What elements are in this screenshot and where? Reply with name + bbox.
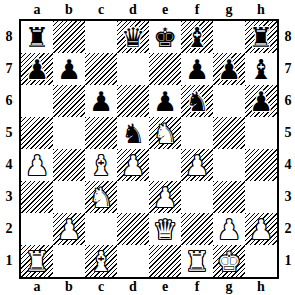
black-queen-piece: ♛ [117, 21, 149, 53]
white-bishop-piece: ♝ [85, 149, 117, 181]
black-pawn-piece: ♟ [245, 85, 277, 117]
white-rook-piece: ♜ [21, 245, 53, 277]
square-a6[interactable] [21, 85, 53, 117]
white-knight-piece: ♞ [149, 117, 181, 149]
rank-label-6: 6 [1, 85, 17, 117]
square-f7[interactable]: ♟ [181, 53, 213, 85]
square-c5[interactable] [85, 117, 117, 149]
square-h6[interactable]: ♟ [245, 85, 277, 117]
black-king-piece: ♚ [149, 21, 181, 53]
square-c8[interactable] [85, 21, 117, 53]
square-c2[interactable] [85, 213, 117, 245]
square-a5[interactable] [21, 117, 53, 149]
square-b8[interactable] [53, 21, 85, 53]
square-d8[interactable]: ♛ [117, 21, 149, 53]
square-c7[interactable] [85, 53, 117, 85]
white-bishop-piece: ♝ [85, 245, 117, 277]
square-d3[interactable] [117, 181, 149, 213]
file-label-d: d [117, 1, 149, 18]
white-queen-piece: ♛ [149, 213, 181, 245]
file-labels-top: abcdefgh [21, 1, 277, 18]
square-g3[interactable] [213, 181, 245, 213]
square-a7[interactable]: ♟ [21, 53, 53, 85]
white-pawn-piece: ♟ [149, 181, 181, 213]
rank-label-7: 7 [280, 53, 295, 85]
file-label-b: b [53, 1, 85, 18]
rank-label-6: 6 [280, 85, 295, 117]
rank-label-3: 3 [280, 181, 295, 213]
black-pawn-piece: ♟ [53, 53, 85, 85]
black-bishop-piece: ♝ [181, 21, 213, 53]
square-b7[interactable]: ♟ [53, 53, 85, 85]
black-rook-piece: ♜ [21, 21, 53, 53]
square-g4[interactable] [213, 149, 245, 181]
rank-label-7: 7 [1, 53, 17, 85]
file-label-d: d [117, 278, 149, 295]
white-pawn-piece: ♟ [21, 149, 53, 181]
square-a4[interactable]: ♟ [21, 149, 53, 181]
chess-board: ♜♛♚♝♜♟♟♟♟♝♟♟♞♟♞♞♟♝♟♟♞♟♟♛♟♟♜♝♜♚ [19, 19, 279, 279]
square-g7[interactable]: ♟ [213, 53, 245, 85]
rank-label-2: 2 [280, 213, 295, 245]
square-d6[interactable] [117, 85, 149, 117]
white-rook-piece: ♜ [181, 245, 213, 277]
black-rook-piece: ♜ [245, 21, 277, 53]
white-pawn-piece: ♟ [181, 149, 213, 181]
square-h4[interactable] [245, 149, 277, 181]
chess-diagram: abcdefgh 87654321 ♜♛♚♝♜♟♟♟♟♝♟♟♞♟♞♞♟♝♟♟♞♟… [0, 0, 295, 295]
square-f3[interactable] [181, 181, 213, 213]
file-label-h: h [245, 1, 277, 18]
white-knight-piece: ♞ [85, 181, 117, 213]
square-d2[interactable] [117, 213, 149, 245]
square-a1[interactable]: ♜ [21, 245, 53, 277]
square-h8[interactable]: ♜ [245, 21, 277, 53]
square-g5[interactable] [213, 117, 245, 149]
black-pawn-piece: ♟ [149, 85, 181, 117]
square-g2[interactable]: ♟ [213, 213, 245, 245]
file-label-e: e [149, 278, 181, 295]
square-e1[interactable] [149, 245, 181, 277]
square-b3[interactable] [53, 181, 85, 213]
file-label-g: g [213, 1, 245, 18]
black-knight-piece: ♞ [117, 117, 149, 149]
square-d4[interactable]: ♟ [117, 149, 149, 181]
square-f5[interactable] [181, 117, 213, 149]
square-d1[interactable] [117, 245, 149, 277]
square-h7[interactable]: ♝ [245, 53, 277, 85]
file-label-f: f [181, 278, 213, 295]
rank-label-8: 8 [280, 21, 295, 53]
square-f6[interactable]: ♞ [181, 85, 213, 117]
square-a8[interactable]: ♜ [21, 21, 53, 53]
square-h2[interactable]: ♟ [245, 213, 277, 245]
white-pawn-piece: ♟ [213, 213, 245, 245]
square-b5[interactable] [53, 117, 85, 149]
file-label-c: c [85, 278, 117, 295]
rank-label-4: 4 [280, 149, 295, 181]
square-e5[interactable]: ♞ [149, 117, 181, 149]
square-c4[interactable]: ♝ [85, 149, 117, 181]
square-f4[interactable]: ♟ [181, 149, 213, 181]
rank-label-2: 2 [1, 213, 17, 245]
square-d7[interactable] [117, 53, 149, 85]
rank-label-4: 4 [1, 149, 17, 181]
square-b2[interactable]: ♟ [53, 213, 85, 245]
square-c6[interactable]: ♟ [85, 85, 117, 117]
square-g1[interactable]: ♚ [213, 245, 245, 277]
file-label-a: a [21, 1, 53, 18]
file-labels-bottom: abcdefgh [21, 278, 277, 295]
square-e4[interactable] [149, 149, 181, 181]
rank-label-5: 5 [280, 117, 295, 149]
square-e8[interactable]: ♚ [149, 21, 181, 53]
black-pawn-piece: ♟ [85, 85, 117, 117]
file-label-c: c [85, 1, 117, 18]
square-h1[interactable] [245, 245, 277, 277]
square-f1[interactable]: ♜ [181, 245, 213, 277]
black-knight-piece: ♞ [181, 85, 213, 117]
rank-label-3: 3 [1, 181, 17, 213]
file-label-g: g [213, 278, 245, 295]
square-f8[interactable]: ♝ [181, 21, 213, 53]
file-label-h: h [245, 278, 277, 295]
square-e6[interactable]: ♟ [149, 85, 181, 117]
rank-label-8: 8 [1, 21, 17, 53]
file-label-a: a [21, 278, 53, 295]
file-label-e: e [149, 1, 181, 18]
white-king-piece: ♚ [213, 245, 245, 277]
square-b4[interactable] [53, 149, 85, 181]
square-e2[interactable]: ♛ [149, 213, 181, 245]
square-d5[interactable]: ♞ [117, 117, 149, 149]
square-a3[interactable] [21, 181, 53, 213]
rank-label-5: 5 [1, 117, 17, 149]
square-b1[interactable] [53, 245, 85, 277]
white-pawn-piece: ♟ [53, 213, 85, 245]
black-pawn-piece: ♟ [181, 53, 213, 85]
square-h3[interactable] [245, 181, 277, 213]
file-label-f: f [181, 1, 213, 18]
square-a2[interactable] [21, 213, 53, 245]
square-c1[interactable]: ♝ [85, 245, 117, 277]
white-pawn-piece: ♟ [117, 149, 149, 181]
square-e3[interactable]: ♟ [149, 181, 181, 213]
square-f2[interactable] [181, 213, 213, 245]
rank-labels-right: 87654321 [280, 21, 295, 277]
square-g6[interactable] [213, 85, 245, 117]
square-g8[interactable] [213, 21, 245, 53]
black-pawn-piece: ♟ [21, 53, 53, 85]
rank-label-1: 1 [1, 245, 17, 277]
square-e7[interactable] [149, 53, 181, 85]
white-pawn-piece: ♟ [245, 213, 277, 245]
square-h5[interactable] [245, 117, 277, 149]
rank-label-1: 1 [280, 245, 295, 277]
file-label-b: b [53, 278, 85, 295]
black-bishop-piece: ♝ [245, 53, 277, 85]
square-b6[interactable] [53, 85, 85, 117]
rank-labels-left: 87654321 [1, 21, 17, 277]
black-pawn-piece: ♟ [213, 53, 245, 85]
square-c3[interactable]: ♞ [85, 181, 117, 213]
